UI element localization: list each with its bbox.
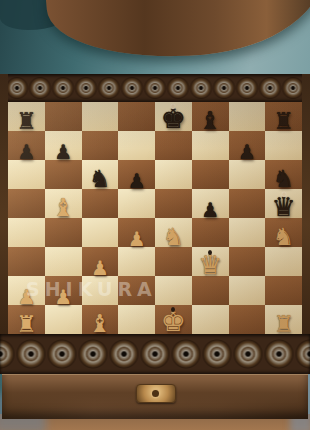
- square-h5[interactable]: ♛: [265, 189, 302, 218]
- square-b3[interactable]: [45, 247, 82, 276]
- square-g6[interactable]: [229, 160, 266, 189]
- square-h6[interactable]: ♞: [265, 160, 302, 189]
- square-g5[interactable]: [229, 189, 266, 218]
- black-knight-c6[interactable]: ♞: [89, 167, 111, 191]
- square-d3[interactable]: [118, 247, 155, 276]
- white-king-e1[interactable]: ♚: [161, 308, 186, 336]
- white-rook-h1[interactable]: ♜: [273, 313, 294, 336]
- square-a4[interactable]: [8, 218, 45, 247]
- square-e5[interactable]: [155, 189, 192, 218]
- square-e6[interactable]: [155, 160, 192, 189]
- black-pawn-a7[interactable]: ♟: [17, 142, 35, 162]
- square-e8[interactable]: ♚: [155, 102, 192, 131]
- white-bishop-c1[interactable]: ♝: [89, 311, 111, 336]
- square-c8[interactable]: [82, 102, 119, 131]
- square-e3[interactable]: [155, 247, 192, 276]
- white-rook-a1[interactable]: ♜: [16, 313, 37, 336]
- carved-border-front: [0, 334, 310, 374]
- square-f4[interactable]: [192, 218, 229, 247]
- square-b8[interactable]: [45, 102, 82, 131]
- square-g3[interactable]: [229, 247, 266, 276]
- square-d2[interactable]: [118, 276, 155, 305]
- square-b5[interactable]: ♝: [45, 189, 82, 218]
- square-a3[interactable]: [8, 247, 45, 276]
- square-c2[interactable]: [82, 276, 119, 305]
- square-d1[interactable]: [118, 305, 155, 334]
- black-king-e8[interactable]: ♚: [161, 105, 186, 133]
- square-a6[interactable]: [8, 160, 45, 189]
- square-f2[interactable]: [192, 276, 229, 305]
- black-pawn-g7[interactable]: ♟: [238, 142, 256, 162]
- square-b1[interactable]: [45, 305, 82, 334]
- square-h1[interactable]: ♜: [265, 305, 302, 334]
- square-g1[interactable]: [229, 305, 266, 334]
- driftwood-log: [45, 0, 310, 68]
- square-a8[interactable]: ♜: [8, 102, 45, 131]
- square-f7[interactable]: [192, 131, 229, 160]
- black-bishop-f8[interactable]: ♝: [199, 108, 221, 133]
- black-pawn-b7[interactable]: ♟: [54, 142, 72, 162]
- white-pawn-a2[interactable]: ♟: [17, 287, 35, 307]
- square-g4[interactable]: [229, 218, 266, 247]
- square-e1[interactable]: ♚: [155, 305, 192, 334]
- black-rook-a8[interactable]: ♜: [16, 110, 37, 133]
- square-d8[interactable]: [118, 102, 155, 131]
- square-a1[interactable]: ♜: [8, 305, 45, 334]
- white-pawn-d4[interactable]: ♟: [128, 229, 146, 249]
- square-b7[interactable]: ♟: [45, 131, 82, 160]
- chess-board[interactable]: ♜♚♝♜♟♟♟♞♟♞♝♟♛♟♞♞♟♛♟♟♜♝♚♜: [8, 102, 302, 334]
- square-h2[interactable]: [265, 276, 302, 305]
- square-h4[interactable]: ♞: [265, 218, 302, 247]
- square-g2[interactable]: [229, 276, 266, 305]
- black-queen-h5[interactable]: ♛: [272, 193, 296, 220]
- square-a5[interactable]: [8, 189, 45, 218]
- square-f3[interactable]: ♛: [192, 247, 229, 276]
- square-d6[interactable]: ♟: [118, 160, 155, 189]
- square-g7[interactable]: ♟: [229, 131, 266, 160]
- square-c4[interactable]: [82, 218, 119, 247]
- square-c3[interactable]: ♟: [82, 247, 119, 276]
- square-f1[interactable]: [192, 305, 229, 334]
- square-f6[interactable]: [192, 160, 229, 189]
- black-pawn-f5[interactable]: ♟: [201, 200, 219, 220]
- black-king-finial-tip: [171, 104, 175, 109]
- chess-set-photo: ♜♚♝♜♟♟♟♞♟♞♝♟♛♟♞♞♟♛♟♟♜♝♚♜ SHIKURA: [0, 0, 310, 430]
- white-queen-finial-tip: [208, 250, 212, 255]
- square-h7[interactable]: [265, 131, 302, 160]
- box-edge-left: [0, 74, 8, 374]
- white-knight-h4[interactable]: ♞: [273, 225, 295, 249]
- square-a7[interactable]: ♟: [8, 131, 45, 160]
- square-e4[interactable]: ♞: [155, 218, 192, 247]
- square-h3[interactable]: [265, 247, 302, 276]
- square-a2[interactable]: ♟: [8, 276, 45, 305]
- square-e2[interactable]: [155, 276, 192, 305]
- box-edge-right: [302, 74, 310, 374]
- black-pawn-d6[interactable]: ♟: [128, 171, 146, 191]
- square-b6[interactable]: [45, 160, 82, 189]
- square-c5[interactable]: [82, 189, 119, 218]
- white-pawn-b2[interactable]: ♟: [54, 287, 72, 307]
- square-b2[interactable]: ♟: [45, 276, 82, 305]
- black-rook-h8[interactable]: ♜: [273, 110, 294, 133]
- square-f5[interactable]: ♟: [192, 189, 229, 218]
- white-king-finial-tip: [171, 307, 175, 312]
- square-c1[interactable]: ♝: [82, 305, 119, 334]
- square-c7[interactable]: [82, 131, 119, 160]
- white-queen-f3[interactable]: ♛: [198, 251, 222, 278]
- square-f8[interactable]: ♝: [192, 102, 229, 131]
- carved-border-back: [4, 74, 306, 102]
- square-h8[interactable]: ♜: [265, 102, 302, 131]
- square-b4[interactable]: [45, 218, 82, 247]
- square-d4[interactable]: ♟: [118, 218, 155, 247]
- brass-clasp: [136, 384, 176, 403]
- black-queen-finial-tip: [282, 192, 286, 197]
- white-pawn-c3[interactable]: ♟: [91, 258, 109, 278]
- square-d7[interactable]: [118, 131, 155, 160]
- square-g8[interactable]: [229, 102, 266, 131]
- white-bishop-b5[interactable]: ♝: [52, 195, 74, 220]
- white-knight-e4[interactable]: ♞: [163, 225, 185, 249]
- square-e7[interactable]: [155, 131, 192, 160]
- square-c6[interactable]: ♞: [82, 160, 119, 189]
- black-knight-h6[interactable]: ♞: [273, 167, 295, 191]
- square-d5[interactable]: [118, 189, 155, 218]
